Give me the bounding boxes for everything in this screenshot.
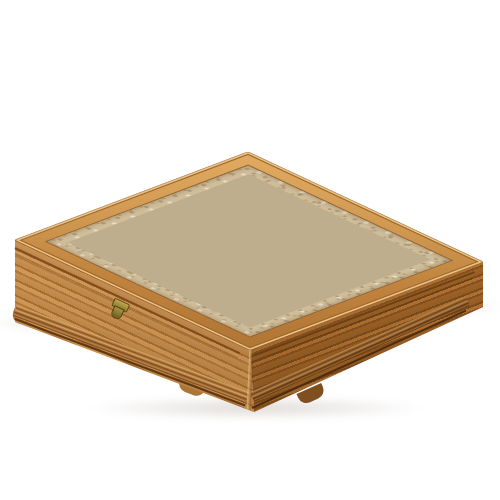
- chess-box-photo: [0, 0, 500, 500]
